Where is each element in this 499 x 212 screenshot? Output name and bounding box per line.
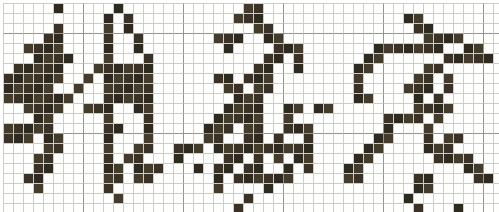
grid-cell xyxy=(353,23,363,33)
grid-cell xyxy=(153,73,163,83)
stitch-cell xyxy=(133,73,143,83)
grid-cell xyxy=(323,63,333,73)
stitch-cell xyxy=(423,173,433,183)
stitch-grid xyxy=(3,3,499,212)
stitch-cell xyxy=(193,163,203,173)
stitch-cell xyxy=(283,123,293,133)
grid-cell xyxy=(3,173,13,183)
stitch-cell xyxy=(103,43,113,53)
stitch-cell xyxy=(263,33,273,43)
grid-cell xyxy=(93,163,103,173)
grid-cell xyxy=(93,83,103,93)
grid-cell xyxy=(93,143,103,153)
grid-cell xyxy=(283,73,293,83)
grid-cell xyxy=(483,43,493,53)
grid-cell xyxy=(73,153,83,163)
grid-cell xyxy=(33,3,43,13)
grid-cell xyxy=(163,33,173,43)
grid-cell xyxy=(213,53,223,63)
grid-cell xyxy=(463,73,473,83)
grid-cell xyxy=(393,153,403,163)
grid-cell xyxy=(363,13,373,23)
grid-cell xyxy=(343,43,353,53)
grid-cell xyxy=(13,193,23,203)
stitch-cell xyxy=(143,103,153,113)
grid-cell xyxy=(163,93,173,103)
grid-cell xyxy=(153,133,163,143)
grid-cell xyxy=(223,23,233,33)
grid-cell xyxy=(473,13,483,23)
stitch-cell xyxy=(3,83,13,93)
grid-cell xyxy=(463,63,473,73)
grid-cell xyxy=(33,193,43,203)
grid-cell xyxy=(193,63,203,73)
stitch-cell xyxy=(193,143,203,153)
grid-cell xyxy=(163,173,173,183)
grid-cell xyxy=(453,63,463,73)
grid-cell xyxy=(373,193,383,203)
stitch-cell xyxy=(303,153,313,163)
stitch-cell xyxy=(13,63,23,73)
grid-cell xyxy=(313,183,323,193)
grid-cell xyxy=(393,143,403,153)
grid-cell xyxy=(333,53,343,63)
grid-cell xyxy=(453,123,463,133)
stitch-cell xyxy=(103,103,113,113)
grid-cell xyxy=(293,193,303,203)
stitch-cell xyxy=(213,173,223,183)
grid-cell xyxy=(383,193,393,203)
grid-cell xyxy=(243,33,253,43)
stitch-cell xyxy=(443,73,453,83)
grid-cell xyxy=(73,33,83,43)
grid-cell xyxy=(473,93,483,103)
grid-cell xyxy=(263,43,273,53)
grid-cell xyxy=(13,3,23,13)
grid-cell xyxy=(473,23,483,33)
grid-cell xyxy=(463,143,473,153)
stitch-cell xyxy=(103,113,113,123)
grid-cell xyxy=(43,13,53,23)
grid-cell xyxy=(63,13,73,23)
grid-cell xyxy=(263,123,273,133)
grid-cell xyxy=(273,93,283,103)
grid-cell xyxy=(333,23,343,33)
grid-cell xyxy=(473,103,483,113)
stitch-cell xyxy=(373,143,383,153)
grid-cell xyxy=(453,13,463,23)
stitch-cell xyxy=(263,23,273,33)
stitch-cell xyxy=(53,133,63,143)
stitch-cell xyxy=(243,173,253,183)
grid-cell xyxy=(273,3,283,13)
stitch-cell xyxy=(273,143,283,153)
grid-cell xyxy=(103,193,113,203)
grid-cell xyxy=(203,183,213,193)
grid-cell xyxy=(373,83,383,93)
stitch-cell xyxy=(103,83,113,93)
stitch-cell xyxy=(93,103,103,113)
stitch-cell xyxy=(453,133,463,143)
grid-cell xyxy=(403,93,413,103)
grid-cell xyxy=(273,123,283,133)
stitch-cell xyxy=(293,123,303,133)
grid-cell xyxy=(63,3,73,13)
grid-cell xyxy=(13,153,23,163)
grid-cell xyxy=(393,93,403,103)
stitch-cell xyxy=(33,53,43,63)
grid-cell xyxy=(73,63,83,73)
grid-cell xyxy=(23,163,33,173)
grid-cell xyxy=(363,73,373,83)
grid-cell xyxy=(433,23,443,33)
grid-cell xyxy=(343,93,353,103)
stitch-cell xyxy=(373,43,383,53)
grid-cell xyxy=(193,113,203,123)
stitch-cell xyxy=(273,133,283,143)
grid-cell xyxy=(333,173,343,183)
grid-cell xyxy=(483,193,493,203)
stitch-cell xyxy=(413,93,423,103)
grid-cell xyxy=(463,203,473,212)
stitch-cell xyxy=(23,173,33,183)
stitch-cell xyxy=(473,163,483,173)
stitch-cell xyxy=(123,73,133,83)
grid-cell xyxy=(483,103,493,113)
grid-cell xyxy=(13,53,23,63)
grid-cell xyxy=(343,133,353,143)
grid-cell xyxy=(223,63,233,73)
grid-cell xyxy=(163,13,173,23)
grid-cell xyxy=(313,193,323,203)
grid-cell xyxy=(403,133,413,143)
grid-cell xyxy=(143,23,153,33)
stitch-cell xyxy=(423,143,433,153)
stitch-cell xyxy=(473,43,483,53)
grid-cell xyxy=(83,173,93,183)
grid-cell xyxy=(463,123,473,133)
grid-cell xyxy=(183,203,193,212)
stitch-cell xyxy=(363,143,373,153)
grid-cell xyxy=(493,163,499,173)
grid-cell xyxy=(393,133,403,143)
grid-cell xyxy=(483,153,493,163)
grid-cell xyxy=(423,93,433,103)
stitch-cell xyxy=(273,43,283,53)
stitch-cell xyxy=(43,153,53,163)
grid-cell xyxy=(113,143,123,153)
stitch-cell xyxy=(383,133,393,143)
stitch-cell xyxy=(233,113,243,123)
grid-cell xyxy=(83,93,93,103)
stitch-cell xyxy=(253,83,263,93)
grid-cell xyxy=(153,53,163,63)
grid-cell xyxy=(83,113,93,123)
grid-cell xyxy=(73,143,83,153)
grid-cell xyxy=(443,93,453,103)
grid-cell xyxy=(13,33,23,43)
stitch-cell xyxy=(253,153,263,163)
grid-cell xyxy=(63,83,73,93)
stitch-cell xyxy=(33,63,43,73)
stitch-cell xyxy=(423,83,433,93)
grid-cell xyxy=(93,113,103,123)
stitch-cell xyxy=(403,193,413,203)
grid-cell xyxy=(363,133,373,143)
grid-cell xyxy=(473,33,483,43)
grid-cell xyxy=(433,83,443,93)
stitch-cell xyxy=(293,143,303,153)
stitch-cell xyxy=(33,103,43,113)
grid-cell xyxy=(143,33,153,43)
grid-cell xyxy=(3,13,13,23)
grid-cell xyxy=(183,73,193,83)
grid-cell xyxy=(213,23,223,33)
stitch-cell xyxy=(253,3,263,13)
grid-cell xyxy=(173,173,183,183)
grid-cell xyxy=(23,143,33,153)
grid-cell xyxy=(493,203,499,212)
stitch-cell xyxy=(33,153,43,163)
grid-cell xyxy=(113,203,123,212)
grid-cell xyxy=(423,153,433,163)
grid-cell xyxy=(313,173,323,183)
grid-cell xyxy=(303,3,313,13)
stitch-cell xyxy=(263,83,273,93)
stitch-cell xyxy=(253,123,263,133)
grid-cell xyxy=(403,203,413,212)
stitch-cell xyxy=(353,173,363,183)
stitch-cell xyxy=(353,153,363,163)
stitch-cell xyxy=(263,63,273,73)
grid-cell xyxy=(453,103,463,113)
grid-cell xyxy=(463,183,473,193)
grid-cell xyxy=(113,183,123,193)
grid-cell xyxy=(223,173,233,183)
stitch-cell xyxy=(103,133,113,143)
grid-cell xyxy=(403,163,413,173)
grid-cell xyxy=(193,183,203,193)
stitch-cell xyxy=(263,53,273,63)
grid-cell xyxy=(333,43,343,53)
grid-cell xyxy=(243,83,253,93)
grid-cell xyxy=(303,43,313,53)
grid-cell xyxy=(183,63,193,73)
grid-cell xyxy=(23,23,33,33)
grid-cell xyxy=(183,133,193,143)
grid-cell xyxy=(83,153,93,163)
grid-cell xyxy=(443,13,453,23)
grid-cell xyxy=(273,23,283,33)
grid-cell xyxy=(283,63,293,73)
grid-cell xyxy=(153,103,163,113)
grid-cell xyxy=(173,193,183,203)
grid-cell xyxy=(183,93,193,103)
stitch-cell xyxy=(303,133,313,143)
grid-cell xyxy=(83,43,93,53)
grid-cell xyxy=(223,193,233,203)
grid-cell xyxy=(53,173,63,183)
grid-cell xyxy=(323,33,333,43)
stitch-cell xyxy=(423,23,433,33)
stitch-cell xyxy=(123,83,133,93)
stitch-cell xyxy=(353,83,363,93)
grid-cell xyxy=(313,33,323,43)
grid-cell xyxy=(413,33,423,43)
stitch-cell xyxy=(43,93,53,103)
stitch-cell xyxy=(243,113,253,123)
stitch-cell xyxy=(3,123,13,133)
grid-cell xyxy=(143,193,153,203)
grid-cell xyxy=(83,163,93,173)
stitch-cell xyxy=(133,163,143,173)
grid-cell xyxy=(113,33,123,43)
grid-cell xyxy=(473,183,483,193)
stitch-cell xyxy=(123,23,133,33)
stitch-cell xyxy=(463,53,473,63)
grid-cell xyxy=(493,133,499,143)
grid-cell xyxy=(163,203,173,212)
grid-cell xyxy=(173,103,183,113)
grid-cell xyxy=(123,53,133,63)
stitch-cell xyxy=(23,93,33,103)
stitch-cell xyxy=(223,73,233,83)
grid-cell xyxy=(353,13,363,23)
grid-cell xyxy=(453,113,463,123)
stitch-cell xyxy=(253,23,263,33)
stitch-cell xyxy=(243,123,253,133)
grid-cell xyxy=(493,153,499,163)
grid-cell xyxy=(33,203,43,212)
stitch-cell xyxy=(423,43,433,53)
grid-cell xyxy=(343,73,353,83)
grid-cell xyxy=(213,93,223,103)
stitch-cell xyxy=(23,83,33,93)
stitch-cell xyxy=(253,103,263,113)
grid-cell xyxy=(143,203,153,212)
grid-cell xyxy=(493,93,499,103)
grid-cell xyxy=(353,103,363,113)
stitch-cell xyxy=(123,153,133,163)
stitch-cell xyxy=(23,43,33,53)
stitch-cell xyxy=(43,133,53,143)
stitch-cell xyxy=(403,13,413,23)
grid-cell xyxy=(333,103,343,113)
stitch-cell xyxy=(433,93,443,103)
grid-cell xyxy=(83,3,93,13)
grid-cell xyxy=(243,43,253,53)
grid-cell xyxy=(363,173,373,183)
grid-cell xyxy=(73,123,83,133)
grid-cell xyxy=(393,203,403,212)
grid-cell xyxy=(33,143,43,153)
grid-cell xyxy=(63,183,73,193)
grid-cell xyxy=(343,53,353,63)
grid-cell xyxy=(353,53,363,63)
grid-cell xyxy=(63,23,73,33)
grid-cell xyxy=(3,113,13,123)
stitch-cell xyxy=(83,103,93,113)
grid-cell xyxy=(263,103,273,113)
grid-cell xyxy=(163,83,173,93)
stitch-cell xyxy=(233,143,243,153)
grid-cell xyxy=(313,83,323,93)
grid-cell xyxy=(463,173,473,183)
stitch-cell xyxy=(273,53,283,63)
grid-cell xyxy=(483,73,493,83)
grid-cell xyxy=(163,183,173,193)
grid-cell xyxy=(113,133,123,143)
stitch-cell xyxy=(383,123,393,133)
stitch-cell xyxy=(213,33,223,43)
grid-cell xyxy=(433,3,443,13)
grid-cell xyxy=(493,103,499,113)
stitch-cell xyxy=(113,93,123,103)
grid-cell xyxy=(253,43,263,53)
grid-cell xyxy=(3,53,13,63)
grid-cell xyxy=(473,123,483,133)
grid-cell xyxy=(123,113,133,123)
grid-cell xyxy=(323,23,333,33)
grid-cell xyxy=(383,3,393,13)
grid-cell xyxy=(3,63,13,73)
stitch-cell xyxy=(243,133,253,143)
grid-cell xyxy=(453,93,463,103)
stitch-cell xyxy=(33,173,43,183)
grid-cell xyxy=(203,113,213,123)
stitch-cell xyxy=(103,93,113,103)
grid-cell xyxy=(183,173,193,183)
stitch-cell xyxy=(243,13,253,23)
grid-cell xyxy=(253,53,263,63)
grid-cell xyxy=(393,173,403,183)
grid-cell xyxy=(473,143,483,153)
grid-cell xyxy=(393,53,403,63)
grid-cell xyxy=(83,203,93,212)
grid-cell xyxy=(93,43,103,53)
grid-cell xyxy=(283,53,293,63)
grid-cell xyxy=(143,183,153,193)
stitch-cell xyxy=(143,73,153,83)
stitch-cell xyxy=(253,143,263,153)
stitch-cell xyxy=(353,63,363,73)
grid-cell xyxy=(493,183,499,193)
stitch-cell xyxy=(113,73,123,83)
grid-cell xyxy=(263,163,273,173)
grid-cell xyxy=(363,3,373,13)
stitch-cell xyxy=(223,43,233,53)
grid-cell xyxy=(133,3,143,13)
grid-cell xyxy=(403,143,413,153)
grid-cell xyxy=(333,83,343,93)
stitch-cell xyxy=(43,103,53,113)
grid-cell xyxy=(73,43,83,53)
stitch-cell xyxy=(113,193,123,203)
grid-cell xyxy=(423,193,433,203)
grid-cell xyxy=(83,23,93,33)
grid-cell xyxy=(243,183,253,193)
stitch-cell xyxy=(3,73,13,83)
grid-cell xyxy=(63,103,73,113)
grid-cell xyxy=(273,83,283,93)
grid-cell xyxy=(463,193,473,203)
grid-cell xyxy=(193,103,203,113)
grid-cell xyxy=(73,53,83,63)
grid-cell xyxy=(193,123,203,133)
grid-cell xyxy=(483,133,493,143)
stitch-cell xyxy=(213,133,223,143)
stitch-cell xyxy=(473,53,483,63)
